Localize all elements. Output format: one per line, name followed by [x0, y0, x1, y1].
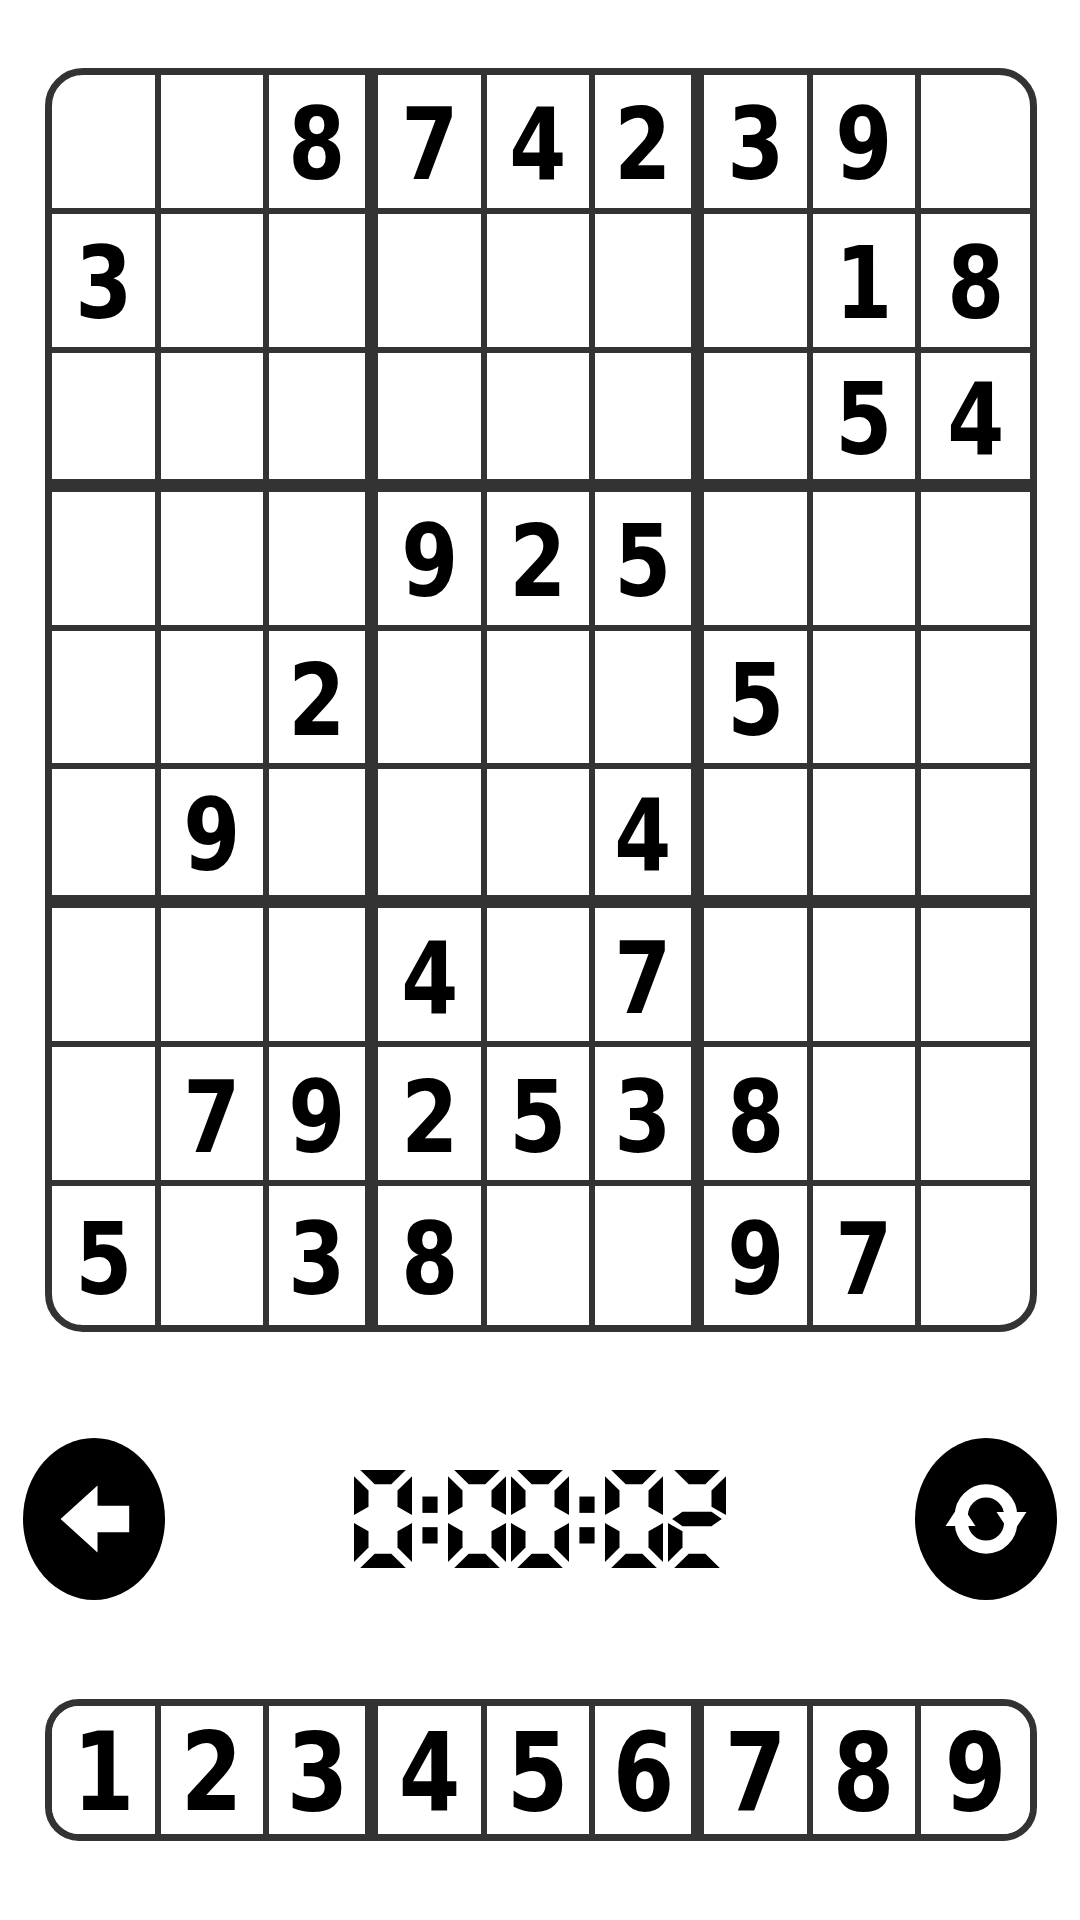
cell-r4c5[interactable]: 2	[487, 492, 596, 631]
numpad-key-1[interactable]: 1	[52, 1706, 161, 1834]
cell-r4c1[interactable]	[52, 492, 161, 631]
cell-r2c6[interactable]	[595, 214, 704, 353]
cell-r8c5[interactable]: 5	[487, 1047, 596, 1186]
cell-r2c5[interactable]	[487, 214, 596, 353]
numpad-key-2[interactable]: 2	[161, 1706, 270, 1834]
cell-r2c3[interactable]	[269, 214, 378, 353]
timer-display	[354, 1470, 726, 1568]
cell-r4c2[interactable]	[161, 492, 270, 631]
cell-r6c8[interactable]	[813, 769, 922, 908]
cell-r9c2[interactable]	[161, 1186, 270, 1325]
cell-r1c5[interactable]: 4	[487, 75, 596, 214]
cell-r6c9[interactable]	[921, 769, 1030, 908]
cell-r2c2[interactable]	[161, 214, 270, 353]
cell-r1c4[interactable]: 7	[378, 75, 487, 214]
cell-r9c9[interactable]	[921, 1186, 1030, 1325]
back-button[interactable]	[23, 1438, 165, 1600]
cell-r6c2[interactable]: 9	[161, 769, 270, 908]
timer-digit	[605, 1470, 663, 1568]
cell-r7c3[interactable]	[269, 908, 378, 1047]
numpad-key-5[interactable]: 5	[487, 1706, 596, 1834]
cell-r8c7[interactable]: 8	[704, 1047, 813, 1186]
cell-r7c6[interactable]: 7	[595, 908, 704, 1047]
cell-r8c8[interactable]	[813, 1047, 922, 1186]
cell-r6c3[interactable]	[269, 769, 378, 908]
cell-r1c3[interactable]: 8	[269, 75, 378, 214]
cell-r1c7[interactable]: 3	[704, 75, 813, 214]
cell-r3c4[interactable]	[378, 353, 487, 492]
cell-r3c5[interactable]	[487, 353, 596, 492]
cell-r5c5[interactable]	[487, 631, 596, 770]
cell-r5c6[interactable]	[595, 631, 704, 770]
cell-r4c4[interactable]: 9	[378, 492, 487, 631]
cell-r4c7[interactable]	[704, 492, 813, 631]
cell-r2c9[interactable]: 8	[921, 214, 1030, 353]
cell-r4c8[interactable]	[813, 492, 922, 631]
back-arrow-icon	[50, 1475, 138, 1563]
timer-digit	[668, 1470, 726, 1568]
timer-colon	[574, 1470, 600, 1568]
timer-digit	[354, 1470, 412, 1568]
cell-r3c1[interactable]	[52, 353, 161, 492]
cell-r8c9[interactable]	[921, 1047, 1030, 1186]
cell-r6c5[interactable]	[487, 769, 596, 908]
numpad-key-3[interactable]: 3	[269, 1706, 378, 1834]
cell-r5c8[interactable]	[813, 631, 922, 770]
cell-r9c8[interactable]: 7	[813, 1186, 922, 1325]
cell-r8c6[interactable]: 3	[595, 1047, 704, 1186]
cell-r7c4[interactable]: 4	[378, 908, 487, 1047]
cell-r8c3[interactable]: 9	[269, 1047, 378, 1186]
timer-digit	[511, 1470, 569, 1568]
controls-bar	[0, 1438, 1080, 1600]
refresh-icon	[942, 1475, 1030, 1563]
numpad-key-9[interactable]: 9	[921, 1706, 1030, 1834]
cell-r7c8[interactable]	[813, 908, 922, 1047]
cell-r3c9[interactable]: 4	[921, 353, 1030, 492]
cell-r3c6[interactable]	[595, 353, 704, 492]
cell-r9c5[interactable]	[487, 1186, 596, 1325]
cell-r5c1[interactable]	[52, 631, 161, 770]
cell-r7c2[interactable]	[161, 908, 270, 1047]
cell-r9c3[interactable]: 3	[269, 1186, 378, 1325]
cell-r5c7[interactable]: 5	[704, 631, 813, 770]
cell-r2c8[interactable]: 1	[813, 214, 922, 353]
cell-r5c9[interactable]	[921, 631, 1030, 770]
cell-r7c7[interactable]	[704, 908, 813, 1047]
cell-r4c3[interactable]	[269, 492, 378, 631]
cell-r1c1[interactable]	[52, 75, 161, 214]
cell-r4c6[interactable]: 5	[595, 492, 704, 631]
numpad-key-7[interactable]: 7	[704, 1706, 813, 1834]
cell-r5c2[interactable]	[161, 631, 270, 770]
cell-r8c2[interactable]: 7	[161, 1047, 270, 1186]
cell-r3c7[interactable]	[704, 353, 813, 492]
cell-r1c2[interactable]	[161, 75, 270, 214]
cell-r6c6[interactable]: 4	[595, 769, 704, 908]
cell-r3c3[interactable]	[269, 353, 378, 492]
cell-r3c2[interactable]	[161, 353, 270, 492]
numpad-key-8[interactable]: 8	[813, 1706, 922, 1834]
cell-r2c1[interactable]: 3	[52, 214, 161, 353]
timer-digit	[448, 1470, 506, 1568]
number-pad: 123456789	[45, 1699, 1037, 1841]
cell-r5c4[interactable]	[378, 631, 487, 770]
cell-r9c6[interactable]	[595, 1186, 704, 1325]
cell-r7c9[interactable]	[921, 908, 1030, 1047]
cell-r3c8[interactable]: 5	[813, 353, 922, 492]
cell-r9c1[interactable]: 5	[52, 1186, 161, 1325]
cell-r6c7[interactable]	[704, 769, 813, 908]
cell-r2c4[interactable]	[378, 214, 487, 353]
cell-r6c4[interactable]	[378, 769, 487, 908]
cell-r1c8[interactable]: 9	[813, 75, 922, 214]
cell-r8c4[interactable]: 2	[378, 1047, 487, 1186]
numpad-key-4[interactable]: 4	[378, 1706, 487, 1834]
cell-r9c7[interactable]: 9	[704, 1186, 813, 1325]
cell-r7c1[interactable]	[52, 908, 161, 1047]
cell-r4c9[interactable]	[921, 492, 1030, 631]
numpad-key-6[interactable]: 6	[595, 1706, 704, 1834]
cell-r6c1[interactable]	[52, 769, 161, 908]
cell-r1c9[interactable]	[921, 75, 1030, 214]
cell-r7c5[interactable]	[487, 908, 596, 1047]
restart-button[interactable]	[915, 1438, 1057, 1600]
cell-r1c6[interactable]: 2	[595, 75, 704, 214]
cell-r2c7[interactable]	[704, 214, 813, 353]
app-screen: 8742393185492525944779253853897 12345678…	[0, 0, 1080, 1920]
cell-r8c1[interactable]	[52, 1047, 161, 1186]
cell-r5c3[interactable]: 2	[269, 631, 378, 770]
sudoku-board: 8742393185492525944779253853897	[45, 68, 1037, 1332]
timer-colon	[417, 1470, 443, 1568]
cell-r9c4[interactable]: 8	[378, 1186, 487, 1325]
